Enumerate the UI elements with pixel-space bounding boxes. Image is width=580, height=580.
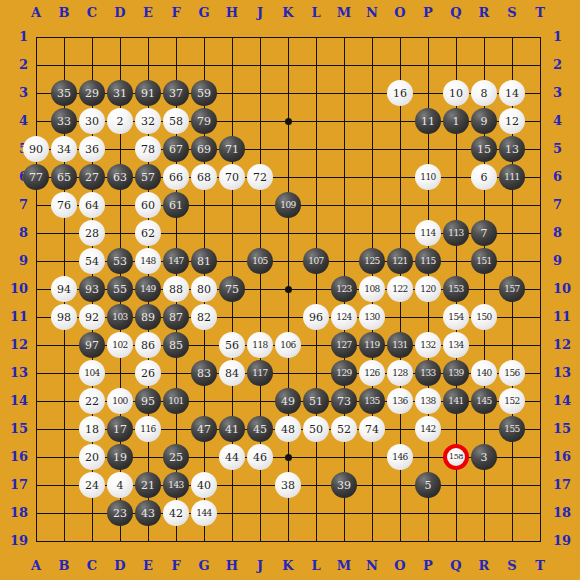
move-number: 12 — [505, 116, 519, 127]
grid-line-vertical — [540, 37, 541, 542]
move-number: 39 — [337, 480, 351, 491]
stone-B-143-F17: 143 — [163, 472, 189, 498]
move-number: 125 — [364, 257, 380, 266]
row-label-left: 15 — [4, 422, 28, 436]
move-number: 4 — [117, 480, 124, 491]
move-number: 80 — [197, 284, 211, 295]
move-number: 9 — [481, 116, 488, 127]
move-number: 72 — [253, 172, 267, 183]
stone-W-4-D17: 4 — [107, 472, 133, 498]
move-number: 114 — [420, 229, 436, 238]
move-number: 140 — [476, 369, 492, 378]
column-label-bottom: L — [308, 559, 324, 573]
stone-B-111-S6: 111 — [499, 164, 525, 190]
move-number: 53 — [113, 256, 127, 267]
move-number: 58 — [169, 116, 183, 127]
stone-B-29-C3: 29 — [79, 80, 105, 106]
move-number: 38 — [281, 480, 295, 491]
stone-B-93-C10: 93 — [79, 276, 105, 302]
move-number: 25 — [169, 452, 183, 463]
column-label-top: B — [56, 6, 72, 20]
column-label-top: R — [476, 6, 492, 20]
stone-B-47-G15: 47 — [191, 416, 217, 442]
move-number: 119 — [364, 341, 380, 350]
stone-B-87-F11: 87 — [163, 304, 189, 330]
stone-B-129-M13: 129 — [331, 360, 357, 386]
move-number: 82 — [197, 312, 211, 323]
row-label-right: 19 — [553, 534, 577, 548]
stone-B-33-B4: 33 — [51, 108, 77, 134]
stone-B-71-H5: 71 — [219, 136, 245, 162]
stone-B-157-S10: 157 — [499, 276, 525, 302]
stone-W-68-G6: 68 — [191, 164, 217, 190]
column-label-bottom: M — [336, 559, 352, 573]
column-label-top: L — [308, 6, 324, 20]
move-number: 34 — [57, 144, 71, 155]
stone-W-80-G10: 80 — [191, 276, 217, 302]
stone-B-15-R5: 15 — [471, 136, 497, 162]
stone-W-146-O16: 146 — [387, 444, 413, 470]
column-label-bottom: G — [196, 559, 212, 573]
move-number: 110 — [420, 173, 436, 182]
stone-W-56-H12: 56 — [219, 332, 245, 358]
move-number: 138 — [420, 397, 436, 406]
move-number: 101 — [168, 397, 184, 406]
stone-B-73-M14: 73 — [331, 388, 357, 414]
move-number: 68 — [197, 172, 211, 183]
move-number: 15 — [477, 144, 491, 155]
move-number: 67 — [169, 144, 183, 155]
row-label-left: 2 — [4, 58, 28, 72]
stone-W-148-E9: 148 — [135, 248, 161, 274]
move-number: 11 — [421, 116, 435, 127]
move-number: 104 — [84, 369, 100, 378]
stone-W-64-C7: 64 — [79, 192, 105, 218]
move-number: 40 — [197, 480, 211, 491]
column-label-bottom: J — [252, 559, 268, 573]
column-label-top: F — [168, 6, 184, 20]
column-label-top: N — [364, 6, 380, 20]
column-label-top: O — [392, 6, 408, 20]
move-number: 141 — [448, 397, 464, 406]
stone-W-12-S4: 12 — [499, 108, 525, 134]
stone-W-140-R13: 140 — [471, 360, 497, 386]
row-label-right: 5 — [553, 142, 577, 156]
column-label-bottom: K — [280, 559, 296, 573]
move-number: 41 — [225, 424, 239, 435]
go-board-diagram: AABBCCDDEEFFGGHHJJKKLLMMNNOOPPQQRRSSTT11… — [0, 0, 580, 580]
move-number: 90 — [29, 144, 43, 155]
stone-W-14-S3: 14 — [499, 80, 525, 106]
stone-B-119-N12: 119 — [359, 332, 385, 358]
stone-W-24-C17: 24 — [79, 472, 105, 498]
move-number: 37 — [169, 88, 183, 99]
move-number: 62 — [141, 228, 155, 239]
move-number: 107 — [308, 257, 324, 266]
move-number: 156 — [504, 369, 520, 378]
move-number: 51 — [309, 396, 323, 407]
move-number: 13 — [505, 144, 519, 155]
stone-B-149-E10: 149 — [135, 276, 161, 302]
stone-B-43-E18: 43 — [135, 500, 161, 526]
move-number: 98 — [57, 312, 71, 323]
stone-W-100-D14: 100 — [107, 388, 133, 414]
stone-W-44-H16: 44 — [219, 444, 245, 470]
move-number: 86 — [141, 340, 155, 351]
stone-W-96-L11: 96 — [303, 304, 329, 330]
stone-W-92-C11: 92 — [79, 304, 105, 330]
column-label-top: C — [84, 6, 100, 20]
stone-B-63-D6: 63 — [107, 164, 133, 190]
hoshi-point — [285, 118, 292, 125]
stone-B-105-J9: 105 — [247, 248, 273, 274]
move-number: 83 — [197, 368, 211, 379]
stone-B-113-Q8: 113 — [443, 220, 469, 246]
move-number: 153 — [448, 285, 464, 294]
column-label-bottom: T — [532, 559, 548, 573]
stone-B-147-F9: 147 — [163, 248, 189, 274]
move-number: 47 — [197, 424, 211, 435]
stone-B-131-O12: 131 — [387, 332, 413, 358]
stone-W-150-R11: 150 — [471, 304, 497, 330]
row-label-right: 13 — [553, 366, 577, 380]
stone-W-88-F10: 88 — [163, 276, 189, 302]
stone-W-118-J12: 118 — [247, 332, 273, 358]
move-number: 81 — [197, 256, 211, 267]
move-number: 123 — [336, 285, 352, 294]
stone-W-108-N10: 108 — [359, 276, 385, 302]
stone-B-151-R9: 151 — [471, 248, 497, 274]
stone-W-136-O14: 136 — [387, 388, 413, 414]
stone-W-36-C5: 36 — [79, 136, 105, 162]
stone-W-76-B7: 76 — [51, 192, 77, 218]
move-number: 113 — [448, 229, 464, 238]
stone-B-97-C12: 97 — [79, 332, 105, 358]
stone-B-117-J13: 117 — [247, 360, 273, 386]
stone-B-141-Q14: 141 — [443, 388, 469, 414]
stone-B-101-F14: 101 — [163, 388, 189, 414]
move-number: 46 — [253, 452, 267, 463]
stone-W-50-L15: 50 — [303, 416, 329, 442]
stone-B-139-Q13: 139 — [443, 360, 469, 386]
stone-W-114-P8: 114 — [415, 220, 441, 246]
move-number: 18 — [85, 424, 99, 435]
move-number: 69 — [197, 144, 211, 155]
stone-W-152-S14: 152 — [499, 388, 525, 414]
column-label-top: G — [196, 6, 212, 20]
move-number: 26 — [141, 368, 155, 379]
stone-B-61-F7: 61 — [163, 192, 189, 218]
stone-W-20-C16: 20 — [79, 444, 105, 470]
stone-B-115-P9: 115 — [415, 248, 441, 274]
stone-B-27-C6: 27 — [79, 164, 105, 190]
column-label-top: H — [224, 6, 240, 20]
row-label-right: 7 — [553, 198, 577, 212]
row-label-right: 16 — [553, 450, 577, 464]
row-label-left: 1 — [4, 30, 28, 44]
stone-W-74-N15: 74 — [359, 416, 385, 442]
column-label-top: S — [504, 6, 520, 20]
stone-B-53-D9: 53 — [107, 248, 133, 274]
stone-B-125-N9: 125 — [359, 248, 385, 274]
move-number: 7 — [481, 228, 488, 239]
column-label-top: A — [28, 6, 44, 20]
stone-B-39-M17: 39 — [331, 472, 357, 498]
move-number: 55 — [113, 284, 127, 295]
move-number: 157 — [504, 285, 520, 294]
stone-B-107-L9: 107 — [303, 248, 329, 274]
stone-B-123-M10: 123 — [331, 276, 357, 302]
stone-B-17-D15: 17 — [107, 416, 133, 442]
row-label-left: 8 — [4, 226, 28, 240]
move-number: 30 — [85, 116, 99, 127]
stone-W-120-P10: 120 — [415, 276, 441, 302]
move-number: 5 — [425, 480, 432, 491]
move-number: 29 — [85, 88, 99, 99]
stone-B-25-F16: 25 — [163, 444, 189, 470]
move-number: 27 — [85, 172, 99, 183]
move-number: 126 — [364, 369, 380, 378]
stone-W-66-F6: 66 — [163, 164, 189, 190]
stone-W-82-G11: 82 — [191, 304, 217, 330]
move-number: 33 — [57, 116, 71, 127]
stone-W-32-E4: 32 — [135, 108, 161, 134]
stone-W-104-C13: 104 — [79, 360, 105, 386]
stone-W-58-F4: 58 — [163, 108, 189, 134]
stone-B-51-L14: 51 — [303, 388, 329, 414]
stone-W-8-R3: 8 — [471, 80, 497, 106]
stone-B-79-G4: 79 — [191, 108, 217, 134]
move-number: 65 — [57, 172, 71, 183]
move-number: 132 — [420, 341, 436, 350]
stone-B-41-H15: 41 — [219, 416, 245, 442]
grid-line-vertical — [316, 37, 317, 542]
move-number: 106 — [280, 341, 296, 350]
row-label-left: 10 — [4, 282, 28, 296]
move-number: 150 — [476, 313, 492, 322]
column-label-bottom: Q — [448, 559, 464, 573]
move-number: 120 — [420, 285, 436, 294]
stone-B-45-J15: 45 — [247, 416, 273, 442]
move-number: 17 — [113, 424, 127, 435]
move-number: 70 — [225, 172, 239, 183]
move-number: 139 — [448, 369, 464, 378]
move-number: 50 — [309, 424, 323, 435]
stone-W-18-C15: 18 — [79, 416, 105, 442]
move-number: 142 — [420, 425, 436, 434]
move-number: 95 — [141, 396, 155, 407]
stone-B-85-F12: 85 — [163, 332, 189, 358]
move-number: 75 — [225, 284, 239, 295]
stone-B-1-Q4: 1 — [443, 108, 469, 134]
stone-B-81-G9: 81 — [191, 248, 217, 274]
move-number: 151 — [476, 257, 492, 266]
hoshi-point — [285, 286, 292, 293]
move-number: 85 — [169, 340, 183, 351]
row-label-right: 17 — [553, 478, 577, 492]
stone-W-98-B11: 98 — [51, 304, 77, 330]
stone-W-106-K12: 106 — [275, 332, 301, 358]
stone-B-135-N14: 135 — [359, 388, 385, 414]
row-label-left: 17 — [4, 478, 28, 492]
column-label-bottom: R — [476, 559, 492, 573]
stone-W-48-K15: 48 — [275, 416, 301, 442]
move-number: 54 — [85, 256, 99, 267]
move-number: 135 — [364, 397, 380, 406]
move-number: 74 — [365, 424, 379, 435]
stone-B-121-O9: 121 — [387, 248, 413, 274]
stone-W-124-M11: 124 — [331, 304, 357, 330]
move-number: 66 — [169, 172, 183, 183]
stone-B-77-A6: 77 — [23, 164, 49, 190]
stone-W-86-E12: 86 — [135, 332, 161, 358]
move-number: 89 — [141, 312, 155, 323]
move-number: 63 — [113, 172, 127, 183]
move-number: 122 — [392, 285, 408, 294]
row-label-right: 18 — [553, 506, 577, 520]
stone-W-132-P12: 132 — [415, 332, 441, 358]
stone-B-133-P13: 133 — [415, 360, 441, 386]
move-number: 84 — [225, 368, 239, 379]
move-number: 148 — [140, 257, 156, 266]
hoshi-point — [285, 454, 292, 461]
move-number: 87 — [169, 312, 183, 323]
move-number: 131 — [392, 341, 408, 350]
column-label-bottom: S — [504, 559, 520, 573]
column-label-bottom: D — [112, 559, 128, 573]
move-number: 96 — [309, 312, 323, 323]
move-number: 116 — [140, 425, 156, 434]
row-label-right: 2 — [553, 58, 577, 72]
row-label-left: 16 — [4, 450, 28, 464]
column-label-bottom: F — [168, 559, 184, 573]
stone-B-23-D18: 23 — [107, 500, 133, 526]
row-label-right: 8 — [553, 226, 577, 240]
stone-W-26-E13: 26 — [135, 360, 161, 386]
stone-W-154-Q11: 154 — [443, 304, 469, 330]
stone-B-69-G5: 69 — [191, 136, 217, 162]
move-number: 130 — [364, 313, 380, 322]
row-label-left: 11 — [4, 310, 28, 324]
stone-W-122-O10: 122 — [387, 276, 413, 302]
column-label-top: Q — [448, 6, 464, 20]
column-label-bottom: E — [140, 559, 156, 573]
stone-B-55-D10: 55 — [107, 276, 133, 302]
move-number: 88 — [169, 284, 183, 295]
stone-B-37-F3: 37 — [163, 80, 189, 106]
move-number: 97 — [85, 340, 99, 351]
move-number: 143 — [168, 481, 184, 490]
stone-B-67-F5: 67 — [163, 136, 189, 162]
stone-W-142-P15: 142 — [415, 416, 441, 442]
grid-line-horizontal — [36, 541, 541, 542]
stone-B-13-S5: 13 — [499, 136, 525, 162]
move-number: 152 — [504, 397, 520, 406]
stone-W-126-N13: 126 — [359, 360, 385, 386]
stone-W-22-C14: 22 — [79, 388, 105, 414]
move-number: 109 — [280, 201, 296, 210]
move-number: 117 — [252, 369, 268, 378]
stone-B-9-R4: 9 — [471, 108, 497, 134]
stone-W-138-P14: 138 — [415, 388, 441, 414]
stone-W-84-H13: 84 — [219, 360, 245, 386]
stone-W-30-C4: 30 — [79, 108, 105, 134]
move-number: 73 — [337, 396, 351, 407]
move-number: 20 — [85, 452, 99, 463]
stone-W-78-E5: 78 — [135, 136, 161, 162]
row-label-right: 15 — [553, 422, 577, 436]
row-label-left: 7 — [4, 198, 28, 212]
row-label-right: 4 — [553, 114, 577, 128]
move-number: 154 — [448, 313, 464, 322]
move-number: 124 — [336, 313, 352, 322]
stone-B-155-S15: 155 — [499, 416, 525, 442]
stone-B-49-K14: 49 — [275, 388, 301, 414]
stone-W-38-K17: 38 — [275, 472, 301, 498]
move-number: 1 — [453, 116, 460, 127]
move-number: 16 — [393, 88, 407, 99]
row-label-left: 14 — [4, 394, 28, 408]
move-number: 78 — [141, 144, 155, 155]
stone-B-7-R8: 7 — [471, 220, 497, 246]
move-number: 94 — [57, 284, 71, 295]
row-label-left: 13 — [4, 366, 28, 380]
move-number: 71 — [225, 144, 239, 155]
move-number: 79 — [197, 116, 211, 127]
row-label-left: 18 — [4, 506, 28, 520]
move-number: 48 — [281, 424, 295, 435]
stone-B-5-P17: 5 — [415, 472, 441, 498]
stone-W-70-H6: 70 — [219, 164, 245, 190]
move-number: 100 — [112, 397, 128, 406]
stone-W-130-N11: 130 — [359, 304, 385, 330]
move-number: 59 — [197, 88, 211, 99]
stone-B-145-R14: 145 — [471, 388, 497, 414]
move-number: 111 — [504, 173, 520, 182]
column-label-top: P — [420, 6, 436, 20]
column-label-bottom: B — [56, 559, 72, 573]
stone-B-35-B3: 35 — [51, 80, 77, 106]
stone-B-21-E17: 21 — [135, 472, 161, 498]
column-label-top: K — [280, 6, 296, 20]
stone-W-72-J6: 72 — [247, 164, 273, 190]
stone-W-6-R6: 6 — [471, 164, 497, 190]
move-number: 127 — [336, 341, 352, 350]
move-number: 92 — [85, 312, 99, 323]
column-label-top: T — [532, 6, 548, 20]
move-number: 103 — [112, 313, 128, 322]
stone-W-2-D4: 2 — [107, 108, 133, 134]
stone-W-16-O3: 16 — [387, 80, 413, 106]
move-number: 42 — [169, 508, 183, 519]
move-number: 56 — [225, 340, 239, 351]
row-label-right: 1 — [553, 30, 577, 44]
move-number: 136 — [392, 397, 408, 406]
move-number: 105 — [252, 257, 268, 266]
move-number: 43 — [141, 508, 155, 519]
stone-W-156-S13: 156 — [499, 360, 525, 386]
row-label-right: 3 — [553, 86, 577, 100]
move-number: 129 — [336, 369, 352, 378]
row-label-right: 6 — [553, 170, 577, 184]
stone-W-52-M15: 52 — [331, 416, 357, 442]
stone-B-31-D3: 31 — [107, 80, 133, 106]
row-label-left: 19 — [4, 534, 28, 548]
move-number: 36 — [85, 144, 99, 155]
move-number: 134 — [448, 341, 464, 350]
column-label-top: M — [336, 6, 352, 20]
stone-W-110-P6: 110 — [415, 164, 441, 190]
